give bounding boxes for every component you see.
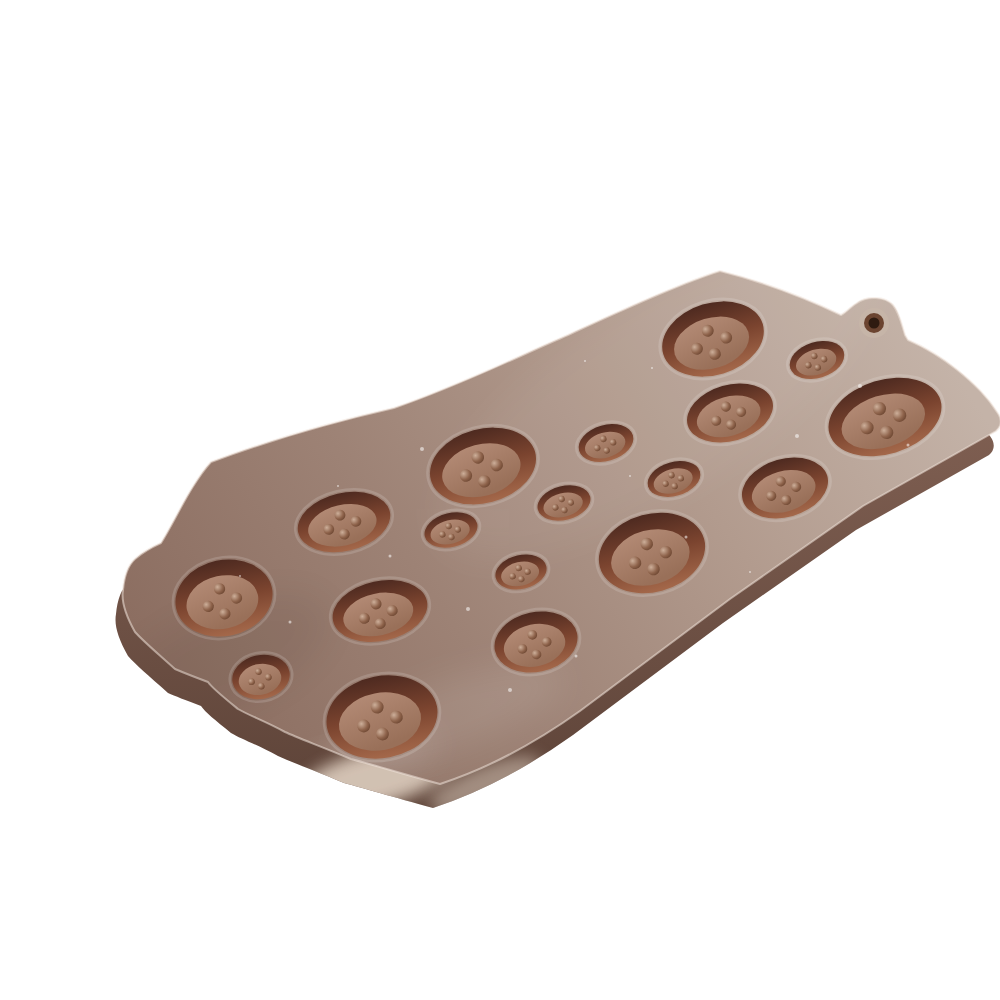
dust-speck [289,621,292,624]
dust-speck [508,688,512,692]
dust-speck [337,485,339,487]
dust-speck [651,367,653,369]
dust-speck [907,444,910,447]
dust-speck [749,571,751,573]
dust-speck [575,655,578,658]
mold-photo-canvas [40,16,1000,1000]
product-photo [40,16,1000,1000]
dust-speck [685,536,688,539]
dust-speck [466,607,470,611]
dust-speck [389,555,392,558]
dust-speck [584,360,586,362]
dust-speck [795,434,799,438]
dust-speck [420,447,424,451]
hang-hole [869,318,880,329]
dust-speck [858,384,862,388]
dust-speck [239,575,241,577]
dust-speck [629,475,631,477]
